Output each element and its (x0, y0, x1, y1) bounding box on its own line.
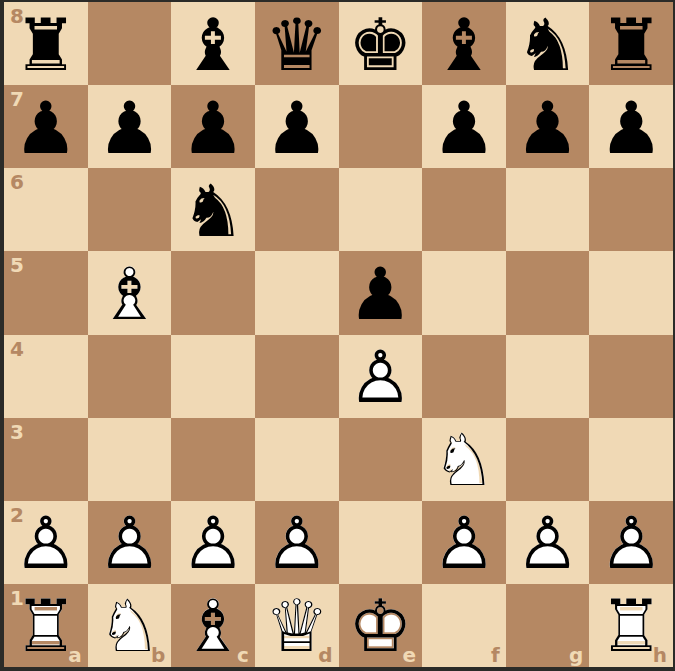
piece-white-knight[interactable]: ♞♘ (88, 584, 172, 667)
square-h5[interactable] (589, 251, 673, 334)
square-e5[interactable]: ♟ (339, 251, 423, 334)
square-c7[interactable]: ♟ (171, 85, 255, 168)
white-piece-outline-layer: ♕ (255, 585, 339, 667)
square-e8[interactable]: ♚ (339, 2, 423, 85)
white-piece-outline-layer: ♖ (589, 585, 673, 667)
square-g2[interactable]: ♟♙ (506, 501, 590, 584)
white-piece-outline-layer: ♙ (88, 502, 172, 584)
piece-white-pawn[interactable]: ♟♙ (4, 501, 88, 584)
piece-black-pawn[interactable]: ♟ (88, 86, 172, 168)
square-g8[interactable]: ♞ (506, 2, 590, 85)
square-d5[interactable] (255, 251, 339, 334)
square-a3[interactable]: 3 (4, 418, 88, 501)
square-a4[interactable]: 4 (4, 335, 88, 418)
piece-black-pawn[interactable]: ♟ (339, 252, 423, 334)
white-piece-outline-layer: ♙ (255, 502, 339, 584)
square-b4[interactable] (88, 335, 172, 418)
square-c1[interactable]: c♝♗ (171, 584, 255, 667)
file-label-g: g (569, 645, 583, 665)
square-f6[interactable] (422, 168, 506, 251)
white-piece-outline-layer: ♙ (339, 336, 423, 418)
square-g5[interactable] (506, 251, 590, 334)
piece-white-bishop[interactable]: ♝♗ (171, 584, 255, 667)
white-piece-outline-layer: ♙ (506, 502, 590, 584)
white-piece-outline-layer: ♙ (589, 502, 673, 584)
square-c4[interactable] (171, 335, 255, 418)
piece-white-pawn[interactable]: ♟♙ (255, 501, 339, 584)
piece-white-bishop[interactable]: ♝♗ (88, 251, 172, 334)
piece-white-queen[interactable]: ♛♕ (255, 584, 339, 667)
square-f2[interactable]: ♟♙ (422, 501, 506, 584)
square-e4[interactable]: ♟♙ (339, 335, 423, 418)
piece-black-pawn[interactable]: ♟ (171, 86, 255, 168)
white-piece-outline-layer: ♙ (422, 502, 506, 584)
piece-white-pawn[interactable]: ♟♙ (339, 335, 423, 418)
white-piece-outline-layer: ♙ (171, 502, 255, 584)
piece-black-pawn[interactable]: ♟ (4, 86, 88, 168)
piece-white-rook[interactable]: ♜♖ (4, 584, 88, 667)
piece-white-rook[interactable]: ♜♖ (589, 584, 673, 667)
white-piece-outline-layer: ♘ (88, 585, 172, 667)
piece-white-pawn[interactable]: ♟♙ (589, 501, 673, 584)
square-h3[interactable] (589, 418, 673, 501)
square-g3[interactable] (506, 418, 590, 501)
piece-black-pawn[interactable]: ♟ (422, 86, 506, 168)
piece-white-knight[interactable]: ♞♘ (422, 418, 506, 501)
piece-black-pawn[interactable]: ♟ (589, 86, 673, 168)
square-b8[interactable] (88, 2, 172, 85)
square-a8[interactable]: 8♜ (4, 2, 88, 85)
rank-label-3: 3 (10, 422, 24, 442)
square-f8[interactable]: ♝ (422, 2, 506, 85)
chess-board-frame: 8♜♝♛♚♝♞♜7♟♟♟♟♟♟♟6♞5♝♗♟4♟♙3♞♘2♟♙♟♙♟♙♟♙♟♙♟… (0, 0, 675, 671)
square-b2[interactable]: ♟♙ (88, 501, 172, 584)
square-d1[interactable]: d♛♕ (255, 584, 339, 667)
square-a6[interactable]: 6 (4, 168, 88, 251)
square-e6[interactable] (339, 168, 423, 251)
piece-black-knight[interactable]: ♞ (171, 169, 255, 251)
piece-black-rook[interactable]: ♜ (4, 3, 88, 85)
square-h2[interactable]: ♟♙ (589, 501, 673, 584)
square-d7[interactable]: ♟ (255, 85, 339, 168)
square-b3[interactable] (88, 418, 172, 501)
square-e1[interactable]: e♚♔ (339, 584, 423, 667)
square-h7[interactable]: ♟ (589, 85, 673, 168)
square-c8[interactable]: ♝ (171, 2, 255, 85)
square-f7[interactable]: ♟ (422, 85, 506, 168)
white-piece-outline-layer: ♗ (88, 252, 172, 334)
file-label-f: f (491, 645, 500, 665)
square-g6[interactable] (506, 168, 590, 251)
piece-black-pawn[interactable]: ♟ (255, 86, 339, 168)
piece-white-pawn[interactable]: ♟♙ (171, 501, 255, 584)
square-d2[interactable]: ♟♙ (255, 501, 339, 584)
square-a2[interactable]: 2♟♙ (4, 501, 88, 584)
piece-black-bishop[interactable]: ♝ (422, 3, 506, 85)
square-c2[interactable]: ♟♙ (171, 501, 255, 584)
square-c5[interactable] (171, 251, 255, 334)
rank-label-6: 6 (10, 172, 24, 192)
piece-white-pawn[interactable]: ♟♙ (506, 501, 590, 584)
piece-white-pawn[interactable]: ♟♙ (88, 501, 172, 584)
square-a7[interactable]: 7♟ (4, 85, 88, 168)
square-e3[interactable] (339, 418, 423, 501)
square-f3[interactable]: ♞♘ (422, 418, 506, 501)
white-piece-outline-layer: ♖ (4, 585, 88, 667)
square-d8[interactable]: ♛ (255, 2, 339, 85)
piece-black-queen[interactable]: ♛ (255, 3, 339, 85)
square-g7[interactable]: ♟ (506, 85, 590, 168)
piece-black-knight[interactable]: ♞ (506, 3, 590, 85)
square-f5[interactable] (422, 251, 506, 334)
piece-white-king[interactable]: ♚♔ (339, 584, 423, 667)
square-c3[interactable] (171, 418, 255, 501)
square-b6[interactable] (88, 168, 172, 251)
square-b7[interactable]: ♟ (88, 85, 172, 168)
square-c6[interactable]: ♞ (171, 168, 255, 251)
white-piece-outline-layer: ♔ (339, 585, 423, 667)
square-b1[interactable]: b♞♘ (88, 584, 172, 667)
square-g1[interactable]: g (506, 584, 590, 667)
piece-black-bishop[interactable]: ♝ (171, 3, 255, 85)
rank-label-5: 5 (10, 255, 24, 275)
chess-board: 8♜♝♛♚♝♞♜7♟♟♟♟♟♟♟6♞5♝♗♟4♟♙3♞♘2♟♙♟♙♟♙♟♙♟♙♟… (4, 2, 673, 667)
square-g4[interactable] (506, 335, 590, 418)
square-h4[interactable] (589, 335, 673, 418)
piece-black-rook[interactable]: ♜ (589, 3, 673, 85)
white-piece-outline-layer: ♘ (422, 419, 506, 501)
square-h8[interactable]: ♜ (589, 2, 673, 85)
square-e2[interactable] (339, 501, 423, 584)
square-b5[interactable]: ♝♗ (88, 251, 172, 334)
square-d6[interactable] (255, 168, 339, 251)
square-d3[interactable] (255, 418, 339, 501)
square-a5[interactable]: 5 (4, 251, 88, 334)
square-e7[interactable] (339, 85, 423, 168)
rank-label-4: 4 (10, 339, 24, 359)
white-piece-outline-layer: ♗ (171, 585, 255, 667)
square-h6[interactable] (589, 168, 673, 251)
piece-black-pawn[interactable]: ♟ (506, 86, 590, 168)
square-h1[interactable]: h♜♖ (589, 584, 673, 667)
square-d4[interactable] (255, 335, 339, 418)
square-f4[interactable] (422, 335, 506, 418)
square-f1[interactable]: f (422, 584, 506, 667)
piece-white-pawn[interactable]: ♟♙ (422, 501, 506, 584)
piece-black-king[interactable]: ♚ (339, 3, 423, 85)
square-a1[interactable]: 1a♜♖ (4, 584, 88, 667)
white-piece-outline-layer: ♙ (4, 502, 88, 584)
